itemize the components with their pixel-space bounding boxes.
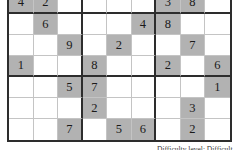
sudoku-cell-empty[interactable] bbox=[156, 35, 181, 56]
sudoku-cell-empty[interactable] bbox=[83, 119, 108, 140]
sudoku-cell-empty[interactable] bbox=[181, 77, 206, 98]
sudoku-cell-given: 4 bbox=[9, 0, 34, 14]
sudoku-screenshot: 42386489271826571237562 Difficulty level… bbox=[0, 0, 235, 150]
sudoku-cell-empty[interactable] bbox=[58, 0, 83, 14]
sudoku-cell-empty[interactable] bbox=[107, 14, 132, 35]
sudoku-cell-empty[interactable] bbox=[34, 119, 59, 140]
sudoku-cell-given: 2 bbox=[107, 35, 132, 56]
sudoku-cell-given: 2 bbox=[156, 56, 181, 77]
sudoku-cell-given: 3 bbox=[156, 0, 181, 14]
sudoku-cell-given: 6 bbox=[205, 56, 230, 77]
given-digit: 2 bbox=[189, 123, 195, 136]
sudoku-cell-given: 2 bbox=[83, 98, 108, 119]
given-digit: 2 bbox=[116, 39, 122, 52]
sudoku-cell-empty[interactable] bbox=[9, 119, 34, 140]
given-digit: 8 bbox=[165, 18, 171, 31]
sudoku-cell-given: 6 bbox=[34, 14, 59, 35]
given-digit: 8 bbox=[189, 0, 195, 9]
sudoku-cell-empty[interactable] bbox=[205, 35, 230, 56]
sudoku-cell-empty[interactable] bbox=[132, 77, 157, 98]
sudoku-cell-given: 8 bbox=[156, 14, 181, 35]
sudoku-cell-empty[interactable] bbox=[156, 119, 181, 140]
given-digit: 5 bbox=[116, 123, 122, 136]
sudoku-cell-given: 1 bbox=[205, 77, 230, 98]
sudoku-cell-given: 7 bbox=[83, 77, 108, 98]
sudoku-cell-empty[interactable] bbox=[205, 14, 230, 35]
given-digit: 9 bbox=[66, 39, 72, 52]
given-digit: 3 bbox=[165, 0, 171, 9]
sudoku-cell-given: 5 bbox=[107, 119, 132, 140]
sudoku-cell-empty[interactable] bbox=[107, 98, 132, 119]
sudoku-cell-empty[interactable] bbox=[83, 0, 108, 14]
sudoku-cell-empty[interactable] bbox=[132, 35, 157, 56]
sudoku-cell-given: 4 bbox=[132, 14, 157, 35]
sudoku-cell-empty[interactable] bbox=[58, 14, 83, 35]
sudoku-cell-empty[interactable] bbox=[83, 14, 108, 35]
sudoku-cell-given: 1 bbox=[9, 56, 34, 77]
given-digit: 4 bbox=[140, 18, 146, 31]
sudoku-cell-empty[interactable] bbox=[181, 14, 206, 35]
given-digit: 6 bbox=[214, 59, 220, 72]
given-digit: 1 bbox=[18, 59, 24, 72]
given-digit: 1 bbox=[214, 81, 220, 94]
sudoku-cell-empty[interactable] bbox=[9, 14, 34, 35]
sudoku-cell-empty[interactable] bbox=[205, 0, 230, 14]
sudoku-cell-empty[interactable] bbox=[9, 98, 34, 119]
sudoku-cell-empty[interactable] bbox=[34, 35, 59, 56]
sudoku-cell-given: 5 bbox=[58, 77, 83, 98]
difficulty-caption: Difficulty level: Difficult bbox=[157, 145, 233, 150]
sudoku-cell-empty[interactable] bbox=[205, 119, 230, 140]
sudoku-cell-given: 6 bbox=[132, 119, 157, 140]
given-digit: 4 bbox=[18, 0, 24, 9]
sudoku-cell-given: 7 bbox=[181, 35, 206, 56]
sudoku-cell-empty[interactable] bbox=[107, 77, 132, 98]
given-digit: 8 bbox=[91, 59, 97, 72]
sudoku-cell-empty[interactable] bbox=[181, 56, 206, 77]
sudoku-cell-given: 9 bbox=[58, 35, 83, 56]
given-digit: 3 bbox=[189, 102, 195, 115]
sudoku-cell-given: 2 bbox=[34, 0, 59, 14]
given-digit: 6 bbox=[140, 123, 146, 136]
sudoku-cell-given: 2 bbox=[181, 119, 206, 140]
sudoku-cell-empty[interactable] bbox=[107, 0, 132, 14]
sudoku-cell-given: 7 bbox=[58, 119, 83, 140]
given-digit: 5 bbox=[66, 81, 72, 94]
given-digit: 7 bbox=[189, 39, 195, 52]
sudoku-cell-empty[interactable] bbox=[58, 98, 83, 119]
sudoku-cell-empty[interactable] bbox=[34, 77, 59, 98]
sudoku-cell-empty[interactable] bbox=[34, 98, 59, 119]
sudoku-cell-empty[interactable] bbox=[156, 77, 181, 98]
given-digit: 6 bbox=[42, 18, 48, 31]
sudoku-cell-empty[interactable] bbox=[205, 98, 230, 119]
sudoku-cell-empty[interactable] bbox=[107, 56, 132, 77]
sudoku-board: 42386489271826571237562 bbox=[7, 0, 232, 142]
given-digit: 7 bbox=[91, 81, 97, 94]
sudoku-cell-empty[interactable] bbox=[83, 35, 108, 56]
sudoku-cell-empty[interactable] bbox=[132, 0, 157, 14]
given-digit: 7 bbox=[66, 123, 72, 136]
sudoku-cell-empty[interactable] bbox=[9, 35, 34, 56]
given-digit: 2 bbox=[91, 102, 97, 115]
sudoku-cell-empty[interactable] bbox=[132, 56, 157, 77]
sudoku-cell-empty[interactable] bbox=[132, 98, 157, 119]
sudoku-cell-empty[interactable] bbox=[9, 77, 34, 98]
sudoku-cell-empty[interactable] bbox=[156, 98, 181, 119]
sudoku-cell-given: 8 bbox=[181, 0, 206, 14]
given-digit: 2 bbox=[42, 0, 48, 9]
sudoku-cell-empty[interactable] bbox=[58, 56, 83, 77]
sudoku-cell-given: 3 bbox=[181, 98, 206, 119]
sudoku-cell-empty[interactable] bbox=[34, 56, 59, 77]
given-digit: 2 bbox=[165, 59, 171, 72]
sudoku-cell-given: 8 bbox=[83, 56, 108, 77]
